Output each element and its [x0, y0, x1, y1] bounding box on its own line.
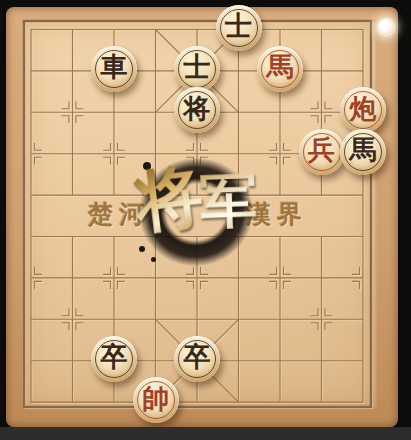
piece-red-horse[interactable]: 馬 — [257, 46, 303, 92]
piece-character: 馬 — [350, 137, 377, 164]
piece-character: 炮 — [350, 96, 377, 123]
piece-black-advisor[interactable]: 士 — [216, 5, 262, 51]
piece-black-horse[interactable]: 馬 — [340, 129, 386, 175]
piece-black-advisor[interactable]: 士 — [174, 46, 220, 92]
piece-character: 卒 — [101, 344, 128, 371]
piece-character: 車 — [101, 54, 128, 81]
piece-character: 士 — [225, 13, 252, 40]
piece-black-soldier[interactable]: 卒 — [174, 336, 220, 382]
piece-black-general[interactable]: 将 — [174, 87, 220, 133]
piece-character: 士 — [184, 54, 211, 81]
piece-red-cannon[interactable]: 炮 — [340, 87, 386, 133]
piece-character: 帥 — [142, 386, 169, 413]
piece-red-soldier[interactable]: 兵 — [299, 129, 345, 175]
river-label-left: 楚河 — [88, 201, 150, 228]
piece-character: 馬 — [267, 54, 294, 81]
piece-character: 将 — [184, 96, 211, 123]
piece-black-chariot[interactable]: 車 — [91, 46, 137, 92]
river-label-right: 漢界 — [246, 201, 308, 228]
piece-character: 兵 — [308, 137, 335, 164]
piece-black-soldier[interactable]: 卒 — [91, 336, 137, 382]
piece-character: 卒 — [184, 344, 211, 371]
piece-red-general[interactable]: 帥 — [133, 377, 179, 423]
bottom-bar — [0, 427, 411, 440]
glow-indicator — [378, 19, 394, 35]
xiangqi-app-screen: 楚河 漢界 将 军 士車士馬将炮兵馬卒卒帥 — [0, 0, 411, 440]
